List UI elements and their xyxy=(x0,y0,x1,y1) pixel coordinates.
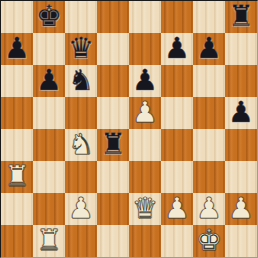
black-pawn[interactable]: ♟ xyxy=(4,33,30,64)
square-h5[interactable]: ♟ xyxy=(225,97,257,129)
square-b1[interactable]: ♜ xyxy=(33,225,65,257)
square-b6[interactable]: ♟ xyxy=(33,65,65,97)
square-f3[interactable] xyxy=(161,161,193,193)
square-h6[interactable] xyxy=(225,65,257,97)
square-g4[interactable] xyxy=(193,129,225,161)
square-f5[interactable] xyxy=(161,97,193,129)
white-pawn[interactable]: ♟ xyxy=(228,193,254,224)
black-pawn[interactable]: ♟ xyxy=(132,65,158,96)
square-h4[interactable] xyxy=(225,129,257,161)
square-c4[interactable]: ♞ xyxy=(65,129,97,161)
square-b3[interactable] xyxy=(33,161,65,193)
square-h2[interactable]: ♟ xyxy=(225,193,257,225)
square-a8[interactable] xyxy=(1,1,33,33)
square-b7[interactable] xyxy=(33,33,65,65)
white-rook[interactable]: ♜ xyxy=(4,161,30,192)
white-pawn[interactable]: ♟ xyxy=(132,97,158,128)
square-c6[interactable]: ♞ xyxy=(65,65,97,97)
square-d5[interactable] xyxy=(97,97,129,129)
black-pawn[interactable]: ♟ xyxy=(228,97,254,128)
black-pawn[interactable]: ♟ xyxy=(36,65,62,96)
square-g6[interactable] xyxy=(193,65,225,97)
square-b8[interactable]: ♚ xyxy=(33,1,65,33)
square-c8[interactable] xyxy=(65,1,97,33)
square-e8[interactable] xyxy=(129,1,161,33)
square-d7[interactable] xyxy=(97,33,129,65)
black-knight[interactable]: ♞ xyxy=(68,65,94,96)
square-b5[interactable] xyxy=(33,97,65,129)
square-h8[interactable]: ♜ xyxy=(225,1,257,33)
black-rook[interactable]: ♜ xyxy=(228,1,254,32)
white-knight[interactable]: ♞ xyxy=(68,129,94,160)
square-c7[interactable]: ♛ xyxy=(65,33,97,65)
chess-board-window: ♚♜♟♛♟♟♟♞♟♟♟♞♜♜♟♛♟♟♟♜♚ xyxy=(0,0,258,258)
square-g3[interactable] xyxy=(193,161,225,193)
square-c5[interactable] xyxy=(65,97,97,129)
square-g7[interactable]: ♟ xyxy=(193,33,225,65)
white-pawn[interactable]: ♟ xyxy=(68,193,94,224)
square-e1[interactable] xyxy=(129,225,161,257)
square-e4[interactable] xyxy=(129,129,161,161)
square-a3[interactable]: ♜ xyxy=(1,161,33,193)
white-pawn[interactable]: ♟ xyxy=(196,193,222,224)
white-rook[interactable]: ♜ xyxy=(36,225,62,256)
black-pawn[interactable]: ♟ xyxy=(196,33,222,64)
square-a6[interactable] xyxy=(1,65,33,97)
square-b4[interactable] xyxy=(33,129,65,161)
white-pawn[interactable]: ♟ xyxy=(164,193,190,224)
white-king[interactable]: ♚ xyxy=(196,225,222,256)
square-f6[interactable] xyxy=(161,65,193,97)
square-e7[interactable] xyxy=(129,33,161,65)
square-d4[interactable]: ♜ xyxy=(97,129,129,161)
square-d3[interactable] xyxy=(97,161,129,193)
square-e3[interactable] xyxy=(129,161,161,193)
square-d6[interactable] xyxy=(97,65,129,97)
square-h1[interactable] xyxy=(225,225,257,257)
square-a5[interactable] xyxy=(1,97,33,129)
black-king[interactable]: ♚ xyxy=(36,1,62,32)
chess-board: ♚♜♟♛♟♟♟♞♟♟♟♞♜♜♟♛♟♟♟♜♚ xyxy=(0,0,258,258)
square-f8[interactable] xyxy=(161,1,193,33)
square-e5[interactable]: ♟ xyxy=(129,97,161,129)
black-rook[interactable]: ♜ xyxy=(100,129,126,160)
black-queen[interactable]: ♛ xyxy=(68,33,94,64)
square-f2[interactable]: ♟ xyxy=(161,193,193,225)
square-f7[interactable]: ♟ xyxy=(161,33,193,65)
square-c1[interactable] xyxy=(65,225,97,257)
square-d2[interactable] xyxy=(97,193,129,225)
square-f1[interactable] xyxy=(161,225,193,257)
square-b2[interactable] xyxy=(33,193,65,225)
square-g8[interactable] xyxy=(193,1,225,33)
square-c2[interactable]: ♟ xyxy=(65,193,97,225)
square-g2[interactable]: ♟ xyxy=(193,193,225,225)
square-h3[interactable] xyxy=(225,161,257,193)
square-a4[interactable] xyxy=(1,129,33,161)
square-g1[interactable]: ♚ xyxy=(193,225,225,257)
square-f4[interactable] xyxy=(161,129,193,161)
square-g5[interactable] xyxy=(193,97,225,129)
square-e2[interactable]: ♛ xyxy=(129,193,161,225)
square-a2[interactable] xyxy=(1,193,33,225)
square-c3[interactable] xyxy=(65,161,97,193)
square-h7[interactable] xyxy=(225,33,257,65)
white-queen[interactable]: ♛ xyxy=(132,193,158,224)
square-d8[interactable] xyxy=(97,1,129,33)
square-e6[interactable]: ♟ xyxy=(129,65,161,97)
square-a1[interactable] xyxy=(1,225,33,257)
square-d1[interactable] xyxy=(97,225,129,257)
black-pawn[interactable]: ♟ xyxy=(164,33,190,64)
square-a7[interactable]: ♟ xyxy=(1,33,33,65)
